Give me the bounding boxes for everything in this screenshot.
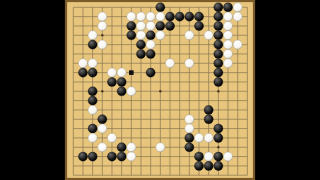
black-stone — [185, 133, 194, 142]
black-stone — [165, 21, 174, 30]
black-stone — [194, 161, 203, 170]
black-stone — [107, 152, 116, 161]
black-stone — [78, 68, 87, 77]
white-stone — [156, 31, 165, 40]
white-stone — [127, 87, 136, 96]
white-stone — [117, 68, 126, 77]
black-stone — [146, 31, 155, 40]
white-stone — [204, 152, 213, 161]
black-stone — [194, 152, 203, 161]
screenshot-stage — [0, 0, 320, 180]
black-stone — [117, 87, 126, 96]
black-stone — [117, 77, 126, 86]
black-stone — [204, 161, 213, 170]
black-stone — [156, 3, 165, 12]
white-stone — [146, 40, 155, 49]
black-stone — [146, 49, 155, 58]
black-stone — [214, 31, 223, 40]
white-stone — [204, 31, 213, 40]
white-stone — [98, 12, 107, 21]
white-stone — [88, 105, 97, 114]
star-point — [217, 90, 219, 92]
black-stone — [214, 49, 223, 58]
black-stone — [88, 96, 97, 105]
white-stone — [233, 3, 242, 12]
black-stone — [136, 49, 145, 58]
white-stone — [204, 133, 213, 142]
white-stone — [165, 59, 174, 68]
white-stone — [223, 59, 232, 68]
black-stone — [107, 77, 116, 86]
black-stone — [214, 3, 223, 12]
white-stone — [146, 21, 155, 30]
white-stone — [223, 21, 232, 30]
black-stone — [88, 68, 97, 77]
black-stone — [214, 133, 223, 142]
star-point — [217, 146, 219, 148]
black-stone — [214, 152, 223, 161]
white-stone — [185, 115, 194, 124]
square-marker — [129, 70, 134, 75]
black-stone — [214, 68, 223, 77]
black-stone — [185, 143, 194, 152]
black-stone — [78, 152, 87, 161]
white-stone — [88, 133, 97, 142]
black-stone — [127, 21, 136, 30]
black-stone — [117, 152, 126, 161]
white-stone — [136, 21, 145, 30]
white-stone — [146, 12, 155, 21]
white-stone — [223, 31, 232, 40]
white-stone — [127, 152, 136, 161]
white-stone — [156, 12, 165, 21]
white-stone — [98, 143, 107, 152]
white-stone — [98, 40, 107, 49]
black-stone — [88, 124, 97, 133]
white-stone — [98, 21, 107, 30]
black-stone — [214, 40, 223, 49]
black-stone — [214, 77, 223, 86]
black-stone — [204, 115, 213, 124]
white-stone — [127, 143, 136, 152]
black-stone — [194, 12, 203, 21]
black-stone — [185, 12, 194, 21]
white-stone — [98, 124, 107, 133]
black-stone — [214, 12, 223, 21]
white-stone — [156, 143, 165, 152]
black-stone — [214, 124, 223, 133]
white-stone — [88, 31, 97, 40]
white-stone — [78, 59, 87, 68]
white-stone — [223, 152, 232, 161]
black-stone — [204, 105, 213, 114]
black-stone — [214, 21, 223, 30]
white-stone — [223, 49, 232, 58]
black-stone — [88, 40, 97, 49]
white-stone — [223, 12, 232, 21]
black-stone — [175, 12, 184, 21]
go-board[interactable] — [0, 0, 320, 180]
black-stone — [146, 68, 155, 77]
black-stone — [194, 21, 203, 30]
black-stone — [165, 12, 174, 21]
black-stone — [127, 31, 136, 40]
black-stone — [214, 59, 223, 68]
black-stone — [156, 21, 165, 30]
white-stone — [136, 12, 145, 21]
white-stone — [233, 40, 242, 49]
star-point — [101, 90, 103, 92]
black-stone — [136, 40, 145, 49]
white-stone — [185, 31, 194, 40]
white-stone — [127, 12, 136, 21]
go-board-svg[interactable] — [0, 0, 320, 180]
star-point — [101, 34, 103, 36]
star-point — [159, 90, 161, 92]
white-stone — [223, 40, 232, 49]
white-stone — [185, 124, 194, 133]
white-stone — [233, 12, 242, 21]
white-stone — [194, 133, 203, 142]
white-stone — [136, 31, 145, 40]
white-stone — [185, 59, 194, 68]
black-stone — [88, 87, 97, 96]
black-stone — [88, 152, 97, 161]
white-stone — [107, 133, 116, 142]
black-stone — [223, 3, 232, 12]
white-stone — [107, 68, 116, 77]
white-stone — [88, 59, 97, 68]
black-stone — [117, 143, 126, 152]
black-stone — [214, 161, 223, 170]
black-stone — [98, 115, 107, 124]
